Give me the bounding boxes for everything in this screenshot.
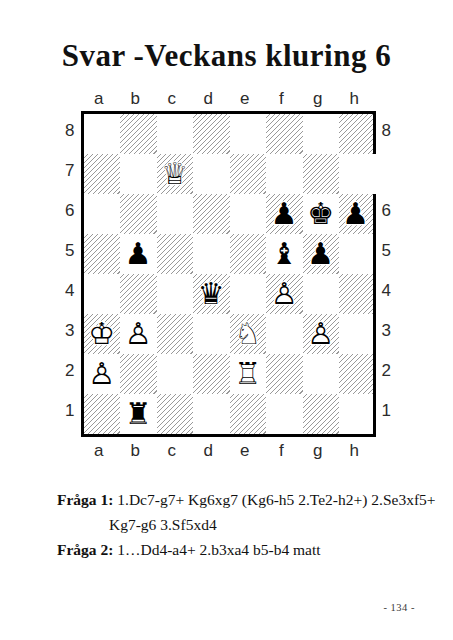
- square-b7: [120, 154, 157, 194]
- square-a3: [84, 314, 121, 354]
- rank-label-2: 2: [59, 361, 81, 381]
- rank-label-2: 2: [376, 361, 398, 381]
- square-a1: [84, 394, 121, 434]
- black-pawn: [339, 194, 373, 234]
- file-label-g: g: [300, 441, 337, 461]
- square-h5: [339, 234, 376, 274]
- square-f3: [266, 314, 303, 354]
- rank-label-1: 1: [376, 401, 398, 421]
- square-c5: [157, 234, 194, 274]
- square-f4: [266, 274, 303, 314]
- file-label-d: d: [190, 441, 227, 461]
- white-pawn: [303, 314, 340, 354]
- file-labels-bottom: abcdefgh: [81, 437, 395, 471]
- file-label-e: e: [227, 89, 264, 109]
- white-queen: [157, 154, 194, 194]
- solution-q1-line1: Fråga 1: 1.Dc7-g7+ Kg6xg7 (Kg6-h5 2.Te2-…: [57, 487, 453, 512]
- square-e8: [230, 114, 267, 154]
- white-pawn: [84, 354, 121, 394]
- square-d1: [193, 394, 230, 434]
- square-e5: [230, 234, 267, 274]
- square-a6: [84, 194, 121, 234]
- square-c1: [157, 394, 194, 434]
- square-g7: [303, 154, 340, 194]
- square-h7: [339, 154, 376, 194]
- square-b6: [120, 194, 157, 234]
- square-a4: [84, 274, 121, 314]
- square-c6: [157, 194, 194, 234]
- solution-q1-line2: Kg7-g6 3.Sf5xd4: [57, 512, 453, 537]
- white-rook: [230, 354, 267, 394]
- square-d4: [193, 274, 230, 314]
- square-f1: [266, 394, 303, 434]
- rank-label-7: 7: [59, 161, 81, 181]
- square-f5: [266, 234, 303, 274]
- file-label-c: c: [154, 441, 191, 461]
- square-g8: [303, 114, 340, 154]
- file-label-f: f: [263, 89, 300, 109]
- square-d8: [193, 114, 230, 154]
- square-h2: [339, 354, 376, 394]
- black-king: [303, 194, 340, 234]
- square-f8: [266, 114, 303, 154]
- square-e3: [230, 314, 267, 354]
- square-c2: [157, 354, 194, 394]
- chess-board: [81, 111, 376, 437]
- file-label-a: a: [81, 441, 118, 461]
- rank-label-3: 3: [59, 321, 81, 341]
- file-label-d: d: [190, 89, 227, 109]
- file-labels-top: abcdefgh: [81, 84, 395, 111]
- square-f2: [266, 354, 303, 394]
- square-d3: [193, 314, 230, 354]
- rank-label-6: 6: [376, 201, 398, 221]
- square-b2: [120, 354, 157, 394]
- square-a8: [84, 114, 121, 154]
- square-g1: [303, 394, 340, 434]
- q2-moves: 1…Dd4-a4+ 2.b3xa4 b5-b4 matt: [117, 541, 320, 558]
- q1-moves-line2: Kg7-g6 3.Sf5xd4: [109, 516, 217, 533]
- white-pawn: [120, 314, 157, 354]
- square-g4: [303, 274, 340, 314]
- square-c7: [157, 154, 194, 194]
- file-label-h: h: [336, 89, 373, 109]
- rank-label-6: 6: [59, 201, 81, 221]
- file-label-f: f: [263, 441, 300, 461]
- square-e7: [230, 154, 267, 194]
- rank-label-5: 5: [59, 241, 81, 261]
- black-pawn: [266, 194, 303, 234]
- square-a2: [84, 354, 121, 394]
- square-g5: [303, 234, 340, 274]
- square-e6: [230, 194, 267, 234]
- file-label-g: g: [300, 89, 337, 109]
- file-label-h: h: [336, 441, 373, 461]
- page: Svar -Veckans kluring 6 abcdefgh 8765432…: [0, 0, 453, 640]
- square-f6: [266, 194, 303, 234]
- square-d6: [193, 194, 230, 234]
- q2-label: Fråga 2:: [57, 541, 113, 558]
- square-h3: [339, 314, 376, 354]
- square-f7: [266, 154, 303, 194]
- square-b1: [120, 394, 157, 434]
- square-b4: [120, 274, 157, 314]
- rank-label-4: 4: [59, 281, 81, 301]
- black-queen: [193, 274, 230, 314]
- black-bishop: [266, 234, 303, 274]
- square-d2: [193, 354, 230, 394]
- square-c3: [157, 314, 194, 354]
- file-label-e: e: [227, 441, 264, 461]
- solution-q2: Fråga 2: 1…Dd4-a4+ 2.b3xa4 b5-b4 matt: [57, 537, 453, 562]
- square-a7: [84, 154, 121, 194]
- black-pawn: [120, 234, 157, 274]
- rank-labels-right: 8654321: [376, 111, 398, 437]
- white-king: [84, 314, 121, 354]
- black-rook: [120, 394, 157, 434]
- file-label-b: b: [117, 89, 154, 109]
- rank-labels-left: 87654321: [59, 111, 81, 437]
- black-pawn: [303, 234, 340, 274]
- square-h6: [339, 194, 376, 234]
- rank-label-3: 3: [376, 321, 398, 341]
- file-label-b: b: [117, 441, 154, 461]
- square-h1: [339, 394, 376, 434]
- rank-label-8: 8: [59, 121, 81, 141]
- square-h4: [339, 274, 376, 314]
- solution-text: Fråga 1: 1.Dc7-g7+ Kg6xg7 (Kg6-h5 2.Te2-…: [57, 487, 453, 562]
- q1-label: Fråga 1:: [57, 491, 113, 508]
- square-a5: [84, 234, 121, 274]
- white-pawn: [266, 274, 303, 314]
- square-h8: [339, 114, 376, 154]
- file-label-c: c: [154, 89, 191, 109]
- page-title: Svar -Veckans kluring 6: [0, 38, 453, 74]
- rank-label-8: 8: [376, 121, 398, 141]
- chess-diagram: abcdefgh 87654321 8654321 abcdefgh: [59, 84, 395, 471]
- rank-label-1: 1: [59, 401, 81, 421]
- file-label-a: a: [81, 89, 118, 109]
- square-b3: [120, 314, 157, 354]
- q1-moves-line1: 1.Dc7-g7+ Kg6xg7 (Kg6-h5 2.Te2-h2+) 2.Se…: [117, 491, 435, 508]
- square-d5: [193, 234, 230, 274]
- square-g3: [303, 314, 340, 354]
- square-b8: [120, 114, 157, 154]
- square-e2: [230, 354, 267, 394]
- square-d7: [193, 154, 230, 194]
- square-g6: [303, 194, 340, 234]
- square-c8: [157, 114, 194, 154]
- square-g2: [303, 354, 340, 394]
- rank-label-4: 4: [376, 281, 398, 301]
- square-c4: [157, 274, 194, 314]
- white-knight: [230, 314, 267, 354]
- rank-label-5: 5: [376, 241, 398, 261]
- square-e4: [230, 274, 267, 314]
- page-number: - 134 -: [384, 602, 416, 613]
- square-b5: [120, 234, 157, 274]
- square-e1: [230, 394, 267, 434]
